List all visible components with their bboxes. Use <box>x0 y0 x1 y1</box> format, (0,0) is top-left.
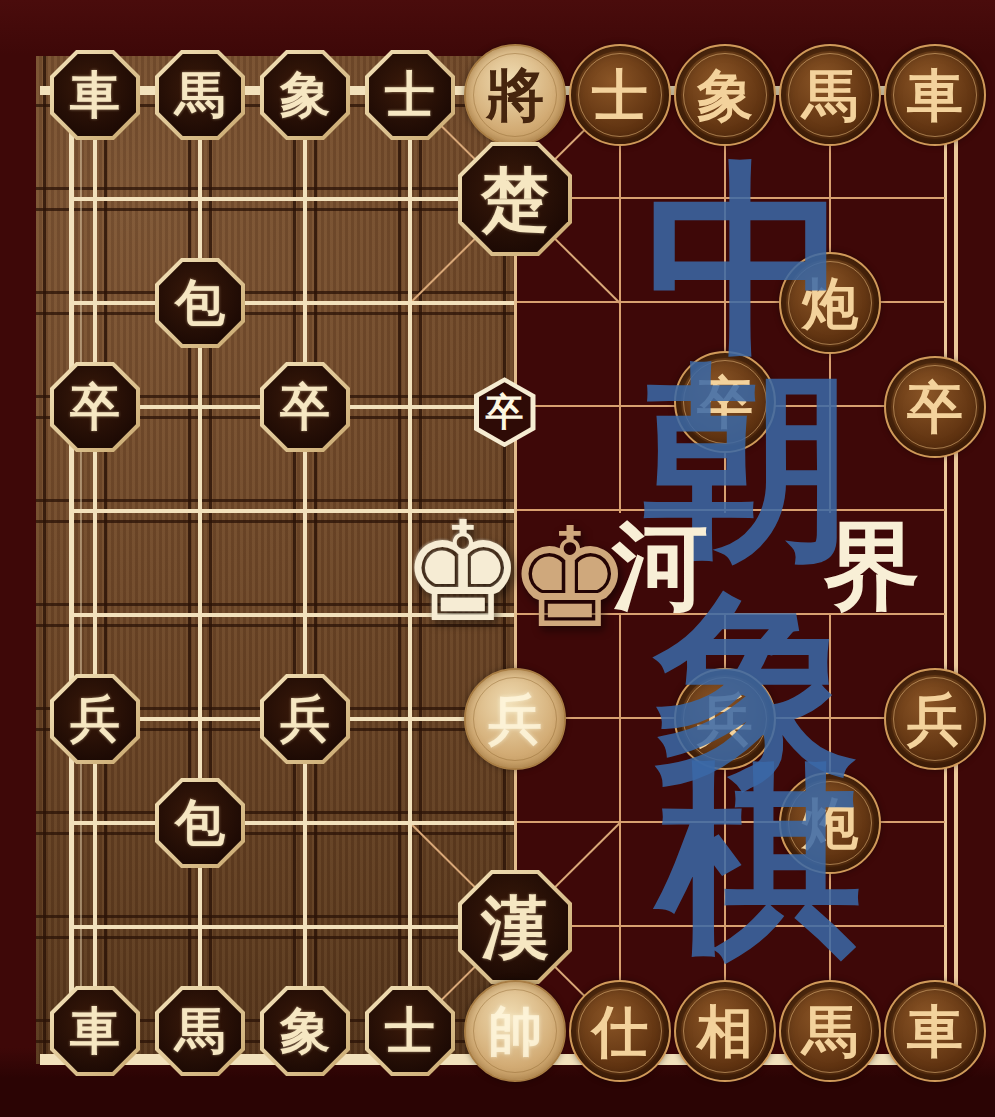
piece-f2r3[interactable]: 包 <box>155 258 245 348</box>
piece-f5r9[interactable]: 漢 <box>458 870 572 984</box>
piece-face: 兵 <box>264 678 346 760</box>
board-left-inner-strip <box>80 88 82 1063</box>
piece-face: 楚 <box>462 146 568 252</box>
chess-king-piece-f5r6[interactable]: ♚ <box>401 504 525 642</box>
piece-face: 象 <box>683 53 767 137</box>
grid-line <box>73 301 517 305</box>
xiangqi-janggi-composite-board: 車馬象士將士象馬車楚包炮卒卒卒卒卒♚♚兵兵兵兵兵包炮漢車馬象士帥仕相馬車 中朝象… <box>0 0 995 1117</box>
piece-face: 將 <box>473 53 557 137</box>
piece-glyph: 士 <box>592 67 648 123</box>
piece-face: 包 <box>159 782 241 864</box>
piece-glyph: 兵 <box>280 694 330 744</box>
board-left-frame-line <box>69 88 74 1063</box>
piece-f5r2[interactable]: 楚 <box>458 142 572 256</box>
piece-f5r7[interactable]: 兵 <box>464 668 566 770</box>
piece-f6r10[interactable]: 仕 <box>569 980 671 1082</box>
piece-glyph: 卒 <box>486 393 524 431</box>
piece-face: 士 <box>578 53 662 137</box>
piece-face: 卒 <box>264 366 346 448</box>
piece-f7r1[interactable]: 象 <box>674 44 776 146</box>
title-char: 中 <box>646 158 851 363</box>
piece-face: 兵 <box>893 677 977 761</box>
piece-glyph: 士 <box>385 70 435 120</box>
piece-face: 士 <box>369 54 451 136</box>
piece-glyph: 漢 <box>481 893 549 961</box>
piece-f4r10[interactable]: 士 <box>365 986 455 1076</box>
piece-face: 馬 <box>159 54 241 136</box>
piece-face: 車 <box>893 989 977 1073</box>
piece-glyph: ♚ <box>401 504 525 642</box>
piece-f2r1[interactable]: 馬 <box>155 50 245 140</box>
piece-f9r10[interactable]: 車 <box>884 980 986 1082</box>
piece-f9r7[interactable]: 兵 <box>884 668 986 770</box>
piece-glyph: 卒 <box>70 382 120 432</box>
piece-glyph: 馬 <box>802 1003 858 1059</box>
grid-line <box>198 95 202 1054</box>
piece-glyph: 車 <box>70 70 120 120</box>
piece-glyph: 帥 <box>488 1004 542 1058</box>
piece-glyph: 包 <box>175 798 225 848</box>
piece-f6r1[interactable]: 士 <box>569 44 671 146</box>
piece-face: 車 <box>893 53 977 137</box>
grid-line <box>73 821 517 825</box>
piece-glyph: 象 <box>280 70 330 120</box>
piece-face: 車 <box>54 990 136 1072</box>
piece-glyph: 卒 <box>280 382 330 432</box>
grid-line <box>303 95 307 1054</box>
piece-face: 兵 <box>54 678 136 760</box>
piece-f7r10[interactable]: 相 <box>674 980 776 1082</box>
piece-face: 帥 <box>473 989 557 1073</box>
piece-glyph: 包 <box>175 278 225 328</box>
piece-f4r1[interactable]: 士 <box>365 50 455 140</box>
piece-face: 包 <box>159 262 241 344</box>
piece-glyph: 兵 <box>488 692 542 746</box>
title-char: 棋 <box>658 758 863 963</box>
piece-glyph: 兵 <box>70 694 120 744</box>
grid-line <box>619 613 621 1033</box>
piece-glyph: 車 <box>907 67 963 123</box>
piece-glyph: 相 <box>697 1003 753 1059</box>
piece-face: 兵 <box>473 677 557 761</box>
piece-glyph: 馬 <box>802 67 858 123</box>
piece-glyph: 象 <box>280 1006 330 1056</box>
grid-line <box>73 197 517 201</box>
piece-f2r8[interactable]: 包 <box>155 778 245 868</box>
board-right-frame-line-outer <box>954 86 958 1065</box>
piece-glyph: 象 <box>697 67 753 123</box>
piece-glyph: 卒 <box>907 379 963 435</box>
piece-f2r10[interactable]: 馬 <box>155 986 245 1076</box>
piece-f5r10[interactable]: 帥 <box>464 980 566 1082</box>
piece-glyph: 兵 <box>907 691 963 747</box>
piece-glyph: 楚 <box>481 165 549 233</box>
grid-line <box>93 95 97 1054</box>
piece-face: ♚ <box>401 504 525 642</box>
piece-face: 士 <box>369 990 451 1072</box>
piece-glyph: 士 <box>385 1006 435 1056</box>
piece-f3r4[interactable]: 卒 <box>260 362 350 452</box>
piece-f3r10[interactable]: 象 <box>260 986 350 1076</box>
piece-glyph: 將 <box>486 66 544 124</box>
piece-f8r1[interactable]: 馬 <box>779 44 881 146</box>
river-label-char: 界 <box>824 518 920 614</box>
piece-face: 馬 <box>159 990 241 1072</box>
piece-f9r1[interactable]: 車 <box>884 44 986 146</box>
piece-face: 車 <box>54 54 136 136</box>
river-label-char: 河 <box>612 518 708 614</box>
piece-f1r1[interactable]: 車 <box>50 50 140 140</box>
piece-face: 相 <box>683 989 767 1073</box>
piece-glyph: 馬 <box>175 70 225 120</box>
piece-face: 馬 <box>788 989 872 1073</box>
piece-face: 馬 <box>788 53 872 137</box>
piece-face: 漢 <box>462 874 568 980</box>
piece-face: 象 <box>264 54 346 136</box>
piece-f1r4[interactable]: 卒 <box>50 362 140 452</box>
piece-f3r1[interactable]: 象 <box>260 50 350 140</box>
grid-line <box>619 95 621 513</box>
grid-line <box>73 925 517 929</box>
piece-f8r10[interactable]: 馬 <box>779 980 881 1082</box>
piece-f9r4[interactable]: 卒 <box>884 356 986 458</box>
piece-face: 卒 <box>479 382 531 442</box>
piece-f1r10[interactable]: 車 <box>50 986 140 1076</box>
piece-f5r1[interactable]: 將 <box>464 44 566 146</box>
piece-face: 象 <box>264 990 346 1072</box>
piece-face: 卒 <box>54 366 136 448</box>
piece-f3r7[interactable]: 兵 <box>260 674 350 764</box>
piece-glyph: 車 <box>70 1006 120 1056</box>
piece-face: 仕 <box>578 989 662 1073</box>
piece-glyph: 馬 <box>175 1006 225 1056</box>
piece-glyph: 仕 <box>592 1003 648 1059</box>
piece-f1r7[interactable]: 兵 <box>50 674 140 764</box>
board-right-frame-line-inner <box>944 90 947 1056</box>
piece-glyph: 車 <box>907 1003 963 1059</box>
piece-face: 卒 <box>893 365 977 449</box>
